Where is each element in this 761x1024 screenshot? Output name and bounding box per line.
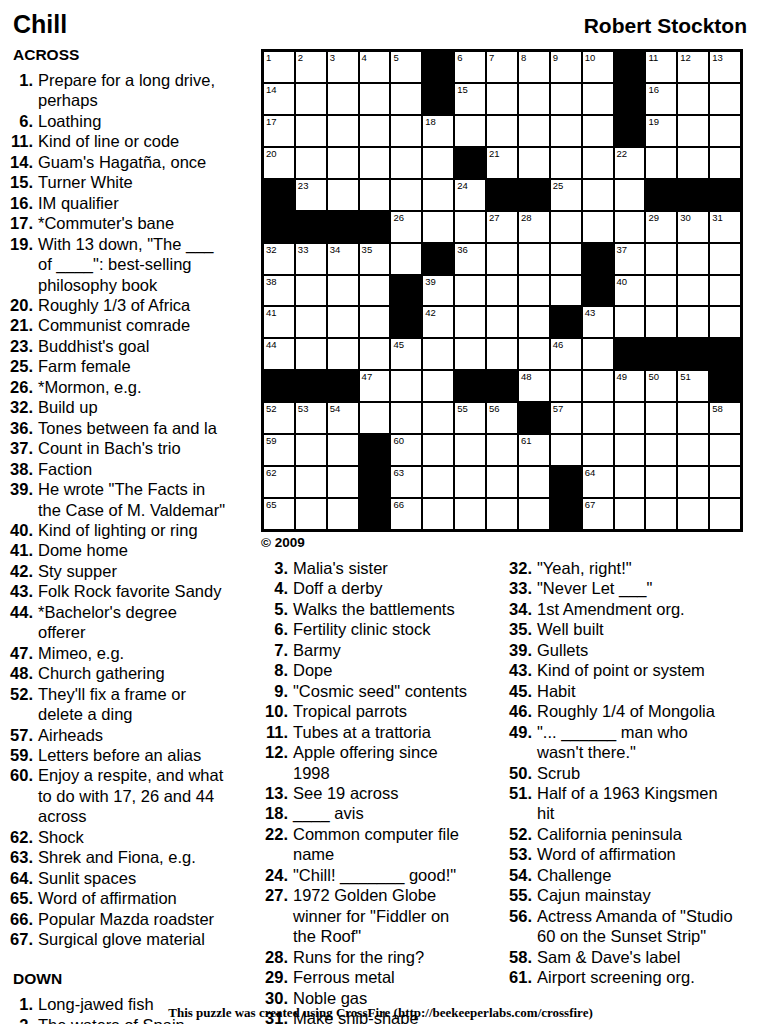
grid-cell[interactable] bbox=[518, 498, 550, 530]
grid-cell[interactable]: 53 bbox=[295, 402, 327, 434]
grid-cell[interactable]: 61 bbox=[518, 434, 550, 466]
grid-cell[interactable]: 56 bbox=[486, 402, 518, 434]
grid-cell[interactable]: 15 bbox=[454, 83, 486, 115]
grid-cell[interactable]: 26 bbox=[390, 211, 422, 243]
grid-cell[interactable] bbox=[422, 338, 454, 370]
grid-cell[interactable] bbox=[454, 434, 486, 466]
grid-cell[interactable] bbox=[327, 338, 359, 370]
grid-cell[interactable] bbox=[677, 498, 709, 530]
grid-cell[interactable] bbox=[390, 402, 422, 434]
grid-cell[interactable] bbox=[359, 147, 391, 179]
cell-number: 8 bbox=[521, 53, 526, 63]
clue-text: Kind of lighting or ring bbox=[38, 520, 228, 540]
down-clue-24: 24."Chill! _______ good!" bbox=[258, 865, 488, 885]
grid-cell[interactable]: 60 bbox=[390, 434, 422, 466]
cell-number: 4 bbox=[362, 53, 367, 63]
block-cell bbox=[359, 498, 391, 530]
grid-cell[interactable] bbox=[550, 275, 582, 307]
down-clue-43: 43.Kind of point or system bbox=[500, 660, 752, 680]
clue-number: 52. bbox=[500, 824, 532, 844]
grid-cell[interactable]: 8 bbox=[518, 51, 550, 83]
grid-cell[interactable] bbox=[582, 115, 614, 147]
grid-cell[interactable] bbox=[422, 211, 454, 243]
grid-cell[interactable]: 40 bbox=[614, 275, 646, 307]
block-cell bbox=[709, 179, 741, 211]
grid-cell[interactable]: 25 bbox=[550, 179, 582, 211]
clue-text: Fertility clinic stock bbox=[293, 619, 475, 639]
block-cell bbox=[550, 466, 582, 498]
grid-cell[interactable]: 52 bbox=[263, 402, 295, 434]
grid-cell[interactable] bbox=[645, 402, 677, 434]
grid-cell[interactable] bbox=[359, 338, 391, 370]
grid-cell[interactable] bbox=[518, 83, 550, 115]
grid-cell[interactable] bbox=[614, 306, 646, 338]
grid-cell[interactable] bbox=[582, 338, 614, 370]
across-clue-48: 48.Church gathering bbox=[9, 663, 254, 683]
grid-cell[interactable]: 36 bbox=[454, 243, 486, 275]
grid-cell[interactable] bbox=[518, 466, 550, 498]
grid-cell[interactable] bbox=[518, 275, 550, 307]
grid-cell[interactable]: 45 bbox=[390, 338, 422, 370]
grid-cell[interactable] bbox=[645, 466, 677, 498]
clue-number: 52. bbox=[9, 684, 33, 725]
grid-cell[interactable]: 17 bbox=[263, 115, 295, 147]
cell-number: 50 bbox=[648, 372, 659, 382]
across-clue-37: 37.Count in Bach's trio bbox=[9, 438, 254, 458]
grid-cell[interactable] bbox=[582, 370, 614, 402]
block-cell bbox=[359, 466, 391, 498]
cell-number: 34 bbox=[330, 245, 341, 255]
grid-cell[interactable] bbox=[518, 306, 550, 338]
grid-cell[interactable]: 43 bbox=[582, 306, 614, 338]
grid-cell[interactable]: 5 bbox=[390, 51, 422, 83]
grid-cell[interactable] bbox=[677, 434, 709, 466]
grid-cell[interactable]: 64 bbox=[582, 466, 614, 498]
grid-cell[interactable]: 51 bbox=[677, 370, 709, 402]
cell-number: 59 bbox=[266, 436, 277, 446]
grid-cell[interactable] bbox=[582, 179, 614, 211]
grid-cell[interactable] bbox=[295, 275, 327, 307]
clue-number: 35. bbox=[500, 619, 532, 639]
across-clue-39: 39.He wrote "The Facts in the Case of M.… bbox=[9, 479, 254, 520]
grid-cell[interactable] bbox=[709, 147, 741, 179]
cell-number: 39 bbox=[425, 277, 436, 287]
grid-cell[interactable]: 24 bbox=[454, 179, 486, 211]
down-clue-46: 46.Roughly 1/4 of Mongolia bbox=[500, 701, 752, 721]
clue-text: Habit bbox=[537, 681, 737, 701]
grid-cell[interactable] bbox=[454, 306, 486, 338]
grid-cell[interactable] bbox=[518, 115, 550, 147]
grid-cell[interactable] bbox=[327, 275, 359, 307]
across-clue-21: 21.Communist comrade bbox=[9, 315, 254, 335]
clue-number: 39. bbox=[9, 479, 33, 520]
across-clue-11: 11.Kind of line or code bbox=[9, 131, 254, 151]
grid-cell[interactable] bbox=[677, 115, 709, 147]
grid-cell[interactable] bbox=[550, 434, 582, 466]
down-clue-54: 54.Challenge bbox=[500, 865, 752, 885]
clue-number: 15. bbox=[9, 172, 33, 192]
block-cell bbox=[550, 498, 582, 530]
grid-cell[interactable] bbox=[677, 243, 709, 275]
across-clue-23: 23.Buddhist's goal bbox=[9, 336, 254, 356]
clue-number: 29. bbox=[258, 967, 288, 987]
grid-cell[interactable]: 11 bbox=[645, 51, 677, 83]
clue-text: Sam & Dave's label bbox=[537, 947, 737, 967]
grid-cell[interactable]: 32 bbox=[263, 243, 295, 275]
grid-cell[interactable]: 30 bbox=[677, 211, 709, 243]
grid-cell[interactable] bbox=[486, 434, 518, 466]
clue-number: 43. bbox=[500, 660, 532, 680]
grid-cell[interactable] bbox=[327, 115, 359, 147]
grid-cell[interactable]: 62 bbox=[263, 466, 295, 498]
grid-cell[interactable] bbox=[645, 306, 677, 338]
grid-cell[interactable]: 67 bbox=[582, 498, 614, 530]
down-clue-5: 5.Walks the battlements bbox=[258, 599, 488, 619]
grid-cell[interactable]: 42 bbox=[422, 306, 454, 338]
grid-cell[interactable]: 2 bbox=[295, 51, 327, 83]
clue-text: Well built bbox=[537, 619, 737, 639]
grid-cell[interactable] bbox=[645, 275, 677, 307]
grid-cell[interactable] bbox=[582, 434, 614, 466]
grid-cell[interactable]: 1 bbox=[263, 51, 295, 83]
grid-cell[interactable] bbox=[390, 370, 422, 402]
grid-cell[interactable] bbox=[486, 466, 518, 498]
grid-cell[interactable]: 13 bbox=[709, 51, 741, 83]
cell-number: 17 bbox=[266, 117, 277, 127]
down-clue-7: 7.Barmy bbox=[258, 640, 488, 660]
grid-cell[interactable] bbox=[709, 83, 741, 115]
grid-cell[interactable] bbox=[454, 115, 486, 147]
grid-cell[interactable]: 44 bbox=[263, 338, 295, 370]
grid-cell[interactable]: 41 bbox=[263, 306, 295, 338]
grid-cell[interactable] bbox=[614, 466, 646, 498]
across-clue-64: 64.Sunlit spaces bbox=[9, 868, 254, 888]
grid-cell[interactable] bbox=[550, 243, 582, 275]
block-cell bbox=[582, 243, 614, 275]
cell-number: 48 bbox=[521, 372, 532, 382]
clue-number: 44. bbox=[9, 602, 33, 643]
grid-cell[interactable] bbox=[677, 466, 709, 498]
grid-cell[interactable] bbox=[390, 83, 422, 115]
cell-number: 42 bbox=[425, 308, 436, 318]
grid-cell[interactable]: 54 bbox=[327, 402, 359, 434]
block-cell bbox=[295, 211, 327, 243]
grid-cell[interactable] bbox=[645, 147, 677, 179]
grid-cell[interactable] bbox=[614, 498, 646, 530]
grid-cell[interactable] bbox=[709, 243, 741, 275]
grid-cell[interactable]: 35 bbox=[359, 243, 391, 275]
clue-number: 38. bbox=[9, 459, 33, 479]
grid-cell[interactable]: 4 bbox=[359, 51, 391, 83]
grid-cell[interactable] bbox=[390, 179, 422, 211]
grid-cell[interactable]: 48 bbox=[518, 370, 550, 402]
grid-cell[interactable] bbox=[677, 402, 709, 434]
grid-cell[interactable] bbox=[454, 275, 486, 307]
down-clue-3: 3.Malia's sister bbox=[258, 558, 488, 578]
grid-cell[interactable] bbox=[486, 498, 518, 530]
cell-number: 28 bbox=[521, 213, 532, 223]
grid-cell[interactable]: 23 bbox=[295, 179, 327, 211]
puzzle-author: Robert Stockton bbox=[584, 14, 747, 38]
grid-cell[interactable]: 14 bbox=[263, 83, 295, 115]
grid-cell[interactable] bbox=[550, 147, 582, 179]
grid-cell[interactable] bbox=[709, 275, 741, 307]
grid-cell[interactable] bbox=[295, 147, 327, 179]
across-clue-25: 25.Farm female bbox=[9, 356, 254, 376]
clue-number: 28. bbox=[258, 947, 288, 967]
grid-cell[interactable]: 21 bbox=[486, 147, 518, 179]
grid-cell[interactable]: 20 bbox=[263, 147, 295, 179]
grid-cell[interactable] bbox=[295, 115, 327, 147]
grid-cell[interactable] bbox=[422, 434, 454, 466]
clue-number: 42. bbox=[9, 561, 33, 581]
grid-cell[interactable] bbox=[677, 306, 709, 338]
grid-cell[interactable] bbox=[486, 275, 518, 307]
clue-text: Walks the battlements bbox=[293, 599, 475, 619]
grid-cell[interactable] bbox=[327, 179, 359, 211]
grid-cell[interactable] bbox=[486, 115, 518, 147]
cell-number: 20 bbox=[266, 149, 277, 159]
grid-cell[interactable]: 16 bbox=[645, 83, 677, 115]
down-clue-53: 53.Word of affirmation bbox=[500, 844, 752, 864]
grid-cell[interactable]: 18 bbox=[422, 115, 454, 147]
grid-cell[interactable] bbox=[582, 83, 614, 115]
block-cell bbox=[614, 115, 646, 147]
grid-cell[interactable]: 22 bbox=[614, 147, 646, 179]
block-cell bbox=[263, 370, 295, 402]
clue-number: 59. bbox=[9, 745, 33, 765]
crossword-page: Chill Robert Stockton 123456789101112131… bbox=[0, 0, 761, 1024]
grid-cell[interactable] bbox=[295, 338, 327, 370]
grid-cell[interactable]: 33 bbox=[295, 243, 327, 275]
grid-cell[interactable] bbox=[550, 211, 582, 243]
grid-cell[interactable] bbox=[359, 115, 391, 147]
grid-cell[interactable] bbox=[422, 402, 454, 434]
grid-cell[interactable] bbox=[582, 402, 614, 434]
down-clue-27: 27.1972 Golden Globe winner for "Fiddler… bbox=[258, 885, 488, 946]
grid-cell[interactable] bbox=[645, 498, 677, 530]
clue-column-left: ACROSS 1.Prepare for a long drive, perha… bbox=[9, 44, 254, 1024]
grid-cell[interactable]: 38 bbox=[263, 275, 295, 307]
grid-cell[interactable] bbox=[709, 434, 741, 466]
grid-cell[interactable] bbox=[359, 83, 391, 115]
grid-cell[interactable] bbox=[327, 147, 359, 179]
grid-cell[interactable] bbox=[614, 211, 646, 243]
grid-cell[interactable]: 66 bbox=[390, 498, 422, 530]
block-cell bbox=[486, 179, 518, 211]
grid-cell[interactable] bbox=[422, 498, 454, 530]
grid-cell[interactable] bbox=[550, 115, 582, 147]
grid-cell[interactable] bbox=[550, 83, 582, 115]
grid-cell[interactable] bbox=[645, 243, 677, 275]
cell-number: 67 bbox=[585, 500, 596, 510]
clue-number: 9. bbox=[258, 681, 288, 701]
grid-cell[interactable] bbox=[518, 338, 550, 370]
cell-number: 10 bbox=[585, 53, 596, 63]
grid-cell[interactable] bbox=[645, 434, 677, 466]
grid-cell[interactable] bbox=[550, 370, 582, 402]
grid-cell[interactable] bbox=[422, 370, 454, 402]
grid-cell[interactable] bbox=[422, 147, 454, 179]
cell-number: 21 bbox=[489, 149, 500, 159]
grid-cell[interactable] bbox=[359, 179, 391, 211]
grid-cell[interactable]: 28 bbox=[518, 211, 550, 243]
clue-text: Common computer file name bbox=[293, 824, 475, 865]
grid-cell[interactable] bbox=[614, 434, 646, 466]
block-cell bbox=[327, 370, 359, 402]
cell-number: 11 bbox=[648, 53, 658, 63]
grid-cell[interactable] bbox=[295, 83, 327, 115]
grid-cell[interactable] bbox=[614, 179, 646, 211]
grid-cell[interactable]: 46 bbox=[550, 338, 582, 370]
grid-cell[interactable] bbox=[709, 498, 741, 530]
grid-cell[interactable]: 27 bbox=[486, 211, 518, 243]
grid-cell[interactable] bbox=[454, 338, 486, 370]
down-clue-10: 10.Tropical parrots bbox=[258, 701, 488, 721]
grid-cell[interactable] bbox=[327, 306, 359, 338]
cell-number: 27 bbox=[489, 213, 500, 223]
grid-cell[interactable]: 19 bbox=[645, 115, 677, 147]
grid-cell[interactable]: 37 bbox=[614, 243, 646, 275]
clue-number: 64. bbox=[9, 868, 33, 888]
grid-cell[interactable] bbox=[518, 147, 550, 179]
grid-cell[interactable] bbox=[486, 83, 518, 115]
grid-cell[interactable] bbox=[295, 306, 327, 338]
clue-text: Kind of line or code bbox=[38, 131, 228, 151]
clue-number: 67. bbox=[9, 929, 33, 949]
grid-cell[interactable] bbox=[486, 306, 518, 338]
grid-cell[interactable] bbox=[486, 243, 518, 275]
across-clue-26: 26.*Mormon, e.g. bbox=[9, 377, 254, 397]
grid-cell[interactable] bbox=[614, 402, 646, 434]
clue-number: 40. bbox=[9, 520, 33, 540]
clue-text: Prepare for a long drive, perhaps bbox=[38, 70, 228, 111]
cell-number: 65 bbox=[266, 500, 277, 510]
block-cell bbox=[422, 83, 454, 115]
block-cell bbox=[645, 338, 677, 370]
grid-cell[interactable] bbox=[518, 243, 550, 275]
grid-cell[interactable] bbox=[422, 466, 454, 498]
clue-number: 58. bbox=[500, 947, 532, 967]
grid-cell[interactable]: 47 bbox=[359, 370, 391, 402]
clue-number: 6. bbox=[9, 111, 33, 131]
block-cell bbox=[709, 370, 741, 402]
clue-number: 50. bbox=[500, 763, 532, 783]
grid-cell[interactable] bbox=[327, 83, 359, 115]
grid-cell[interactable] bbox=[582, 211, 614, 243]
down-clue-34: 34.1st Amendment org. bbox=[500, 599, 752, 619]
clue-text: Shrek and Fiona, e.g. bbox=[38, 847, 228, 867]
cell-number: 5 bbox=[393, 53, 398, 63]
grid-cell[interactable]: 7 bbox=[486, 51, 518, 83]
block-cell bbox=[454, 147, 486, 179]
grid-cell[interactable] bbox=[390, 147, 422, 179]
clue-text: Kind of point or system bbox=[537, 660, 737, 680]
grid-cell[interactable]: 34 bbox=[327, 243, 359, 275]
block-cell bbox=[390, 306, 422, 338]
block-cell bbox=[614, 83, 646, 115]
cell-number: 2 bbox=[298, 53, 303, 63]
grid-cell[interactable] bbox=[709, 115, 741, 147]
grid-cell[interactable] bbox=[359, 306, 391, 338]
grid-cell[interactable]: 49 bbox=[614, 370, 646, 402]
grid-cell[interactable] bbox=[327, 498, 359, 530]
cell-number: 57 bbox=[553, 404, 564, 414]
grid-cell[interactable] bbox=[486, 338, 518, 370]
grid-cell[interactable]: 59 bbox=[263, 434, 295, 466]
grid-cell[interactable] bbox=[709, 466, 741, 498]
grid-cell[interactable] bbox=[582, 147, 614, 179]
grid-cell[interactable] bbox=[327, 466, 359, 498]
grid-cell[interactable] bbox=[454, 211, 486, 243]
cell-number: 15 bbox=[457, 85, 468, 95]
clue-text: Actress Amanda of "Studio 60 on the Suns… bbox=[537, 906, 737, 947]
puzzle-title: Chill bbox=[13, 10, 67, 39]
clue-number: 37. bbox=[9, 438, 33, 458]
grid-cell[interactable]: 65 bbox=[263, 498, 295, 530]
grid-cell[interactable] bbox=[677, 275, 709, 307]
grid-cell[interactable]: 6 bbox=[454, 51, 486, 83]
grid-cell[interactable] bbox=[677, 147, 709, 179]
grid-cell[interactable]: 31 bbox=[709, 211, 741, 243]
cell-number: 53 bbox=[298, 404, 309, 414]
grid-cell[interactable]: 50 bbox=[645, 370, 677, 402]
grid-cell[interactable]: 29 bbox=[645, 211, 677, 243]
clue-text: Communist comrade bbox=[38, 315, 228, 335]
clue-number: 57. bbox=[9, 725, 33, 745]
grid-cell[interactable] bbox=[295, 466, 327, 498]
grid-cell[interactable] bbox=[327, 434, 359, 466]
grid-cell[interactable] bbox=[359, 402, 391, 434]
down-clue-45: 45.Habit bbox=[500, 681, 752, 701]
grid-cell[interactable] bbox=[454, 498, 486, 530]
grid-cell[interactable]: 9 bbox=[550, 51, 582, 83]
grid-cell[interactable]: 58 bbox=[709, 402, 741, 434]
down-clue-13: 13.See 19 across bbox=[258, 783, 488, 803]
grid-cell[interactable] bbox=[295, 434, 327, 466]
down-clue-8: 8.Dope bbox=[258, 660, 488, 680]
clue-text: Tubes at a trattoria bbox=[293, 722, 475, 742]
across-clue-44: 44.*Bachelor's degree offerer bbox=[9, 602, 254, 643]
grid-cell[interactable] bbox=[677, 83, 709, 115]
cell-number: 61 bbox=[521, 436, 532, 446]
across-clue-63: 63.Shrek and Fiona, e.g. bbox=[9, 847, 254, 867]
clue-text: *Mormon, e.g. bbox=[38, 377, 228, 397]
cell-number: 25 bbox=[553, 181, 564, 191]
grid-cell[interactable] bbox=[454, 466, 486, 498]
grid-cell[interactable]: 3 bbox=[327, 51, 359, 83]
down-clue-32: 32."Yeah, right!" bbox=[500, 558, 752, 578]
grid-cell[interactable] bbox=[390, 115, 422, 147]
grid-cell[interactable]: 57 bbox=[550, 402, 582, 434]
clue-text: Doff a derby bbox=[293, 578, 475, 598]
grid-cell[interactable] bbox=[709, 306, 741, 338]
down-clue-58: 58.Sam & Dave's label bbox=[500, 947, 752, 967]
grid-cell[interactable]: 63 bbox=[390, 466, 422, 498]
grid-cell[interactable]: 12 bbox=[677, 51, 709, 83]
block-cell bbox=[390, 275, 422, 307]
grid-cell[interactable]: 39 bbox=[422, 275, 454, 307]
grid-cell[interactable] bbox=[359, 275, 391, 307]
grid-cell[interactable] bbox=[390, 243, 422, 275]
grid-cell[interactable] bbox=[295, 498, 327, 530]
clue-number: 1. bbox=[9, 70, 33, 111]
grid-cell[interactable]: 55 bbox=[454, 402, 486, 434]
clue-text: 1972 Golden Globe winner for "Fiddler on… bbox=[293, 885, 475, 946]
grid-cell[interactable] bbox=[422, 179, 454, 211]
grid-cell[interactable]: 10 bbox=[582, 51, 614, 83]
block-cell bbox=[677, 338, 709, 370]
